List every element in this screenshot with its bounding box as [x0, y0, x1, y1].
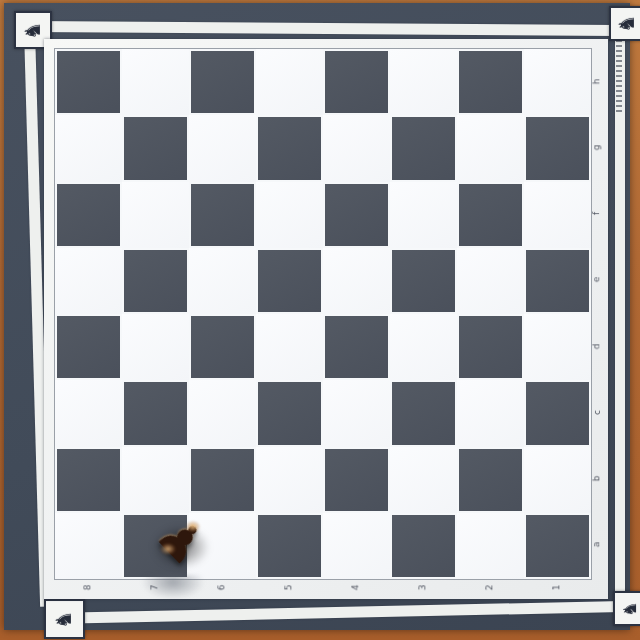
square-g1[interactable] — [524, 115, 591, 181]
knight-icon: ♞ — [617, 14, 638, 33]
square-b3[interactable] — [390, 447, 457, 513]
corner-ornament-bottom-left: ♞ — [44, 599, 85, 639]
rank-label-4: 4 — [351, 584, 360, 590]
square-b7[interactable] — [122, 447, 189, 513]
square-e6[interactable] — [189, 248, 256, 314]
square-h3[interactable] — [390, 49, 457, 115]
rank-label-7: 7 — [150, 584, 159, 590]
border-stripe-top — [30, 21, 616, 36]
corner-ornament-bottom-right: ♞ — [613, 591, 640, 626]
square-f8[interactable] — [55, 182, 122, 248]
vinyl-board-mat: ♞ ♞ ♞ ♞ hgfedcba 87654321 ♟ — [4, 3, 630, 630]
square-f4[interactable] — [323, 182, 390, 248]
square-h8[interactable] — [55, 49, 122, 115]
square-g6[interactable] — [189, 115, 256, 181]
square-h7[interactable] — [122, 49, 189, 115]
rank-label-6: 6 — [217, 584, 226, 590]
square-a1[interactable] — [524, 513, 591, 579]
square-h6[interactable] — [189, 49, 256, 115]
square-c8[interactable] — [55, 380, 122, 446]
border-stripe-bottom — [48, 601, 622, 624]
square-g3[interactable] — [390, 115, 457, 181]
file-label-h: h — [593, 78, 602, 84]
square-d7[interactable] — [122, 314, 189, 380]
square-f6[interactable] — [189, 182, 256, 248]
square-a8[interactable] — [55, 513, 122, 579]
black-pawn-lying-a7[interactable]: ♟ — [144, 505, 218, 577]
square-c7[interactable] — [122, 380, 189, 446]
square-a5[interactable] — [256, 513, 323, 579]
square-e8[interactable] — [55, 248, 122, 314]
square-e7[interactable] — [122, 248, 189, 314]
border-stripe-right — [615, 33, 625, 599]
corner-ornament-top-right: ♞ — [609, 6, 640, 41]
square-g8[interactable] — [55, 115, 122, 181]
square-h5[interactable] — [256, 49, 323, 115]
square-e4[interactable] — [323, 248, 390, 314]
rank-label-8: 8 — [83, 584, 92, 590]
square-a2[interactable] — [457, 513, 524, 579]
square-d5[interactable] — [256, 314, 323, 380]
file-labels-right-edge: hgfedcba — [589, 48, 605, 578]
square-b6[interactable] — [189, 447, 256, 513]
square-c2[interactable] — [457, 380, 524, 446]
rank-label-2: 2 — [485, 584, 494, 590]
square-d1[interactable] — [524, 314, 591, 380]
square-f1[interactable] — [524, 182, 591, 248]
square-b8[interactable] — [55, 447, 122, 513]
square-e1[interactable] — [524, 248, 591, 314]
square-c4[interactable] — [323, 380, 390, 446]
square-c5[interactable] — [256, 380, 323, 446]
file-label-e: e — [592, 277, 601, 283]
photo-scene: ♞ ♞ ♞ ♞ hgfedcba 87654321 ♟ — [0, 0, 640, 640]
file-label-b: b — [593, 476, 602, 482]
square-g5[interactable] — [256, 115, 323, 181]
rank-label-1: 1 — [552, 584, 561, 590]
file-label-a: a — [592, 542, 601, 548]
file-label-f: f — [592, 212, 601, 215]
square-a4[interactable] — [323, 513, 390, 579]
square-f3[interactable] — [390, 182, 457, 248]
square-b2[interactable] — [457, 447, 524, 513]
chess-board-grid[interactable] — [54, 48, 592, 580]
brand-text-vertical — [616, 40, 622, 112]
square-a3[interactable] — [390, 513, 457, 579]
square-d4[interactable] — [323, 314, 390, 380]
knight-icon: ♞ — [54, 610, 75, 629]
square-e2[interactable] — [457, 248, 524, 314]
knight-icon: ♞ — [621, 600, 639, 616]
square-f2[interactable] — [457, 182, 524, 248]
rank-label-3: 3 — [418, 584, 427, 590]
black-pawn-icon: ♟ — [147, 508, 214, 575]
square-f7[interactable] — [122, 182, 189, 248]
square-e5[interactable] — [256, 248, 323, 314]
square-b5[interactable] — [256, 447, 323, 513]
square-b4[interactable] — [323, 447, 390, 513]
square-c3[interactable] — [390, 380, 457, 446]
square-b1[interactable] — [524, 447, 591, 513]
file-label-d: d — [593, 343, 602, 349]
square-d2[interactable] — [457, 314, 524, 380]
file-label-g: g — [593, 145, 602, 151]
rank-label-5: 5 — [284, 584, 293, 590]
square-g7[interactable] — [122, 115, 189, 181]
file-label-c: c — [592, 410, 601, 415]
square-g4[interactable] — [323, 115, 390, 181]
rank-labels-bottom-edge: 87654321 — [54, 579, 590, 595]
square-h1[interactable] — [524, 49, 591, 115]
square-e3[interactable] — [390, 248, 457, 314]
square-d8[interactable] — [55, 314, 122, 380]
square-h4[interactable] — [323, 49, 390, 115]
square-c6[interactable] — [189, 380, 256, 446]
square-f5[interactable] — [256, 182, 323, 248]
square-g2[interactable] — [457, 115, 524, 181]
square-d6[interactable] — [189, 314, 256, 380]
board-margin-band: hgfedcba 87654321 ♟ — [44, 39, 608, 599]
square-h2[interactable] — [457, 49, 524, 115]
square-d3[interactable] — [390, 314, 457, 380]
knight-icon: ♞ — [22, 21, 43, 40]
square-c1[interactable] — [524, 380, 591, 446]
